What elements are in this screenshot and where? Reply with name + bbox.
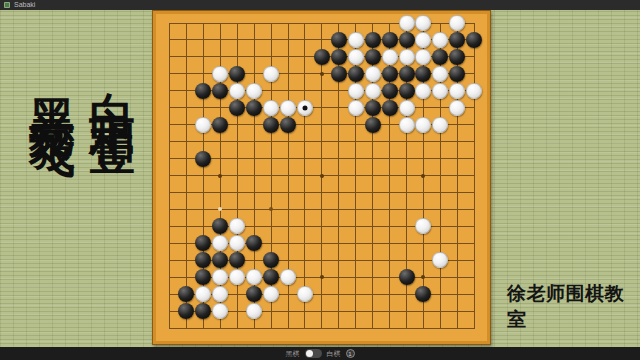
stone-black[interactable] bbox=[314, 49, 330, 65]
stone-white[interactable] bbox=[212, 286, 228, 302]
stone-white[interactable] bbox=[399, 117, 415, 133]
stone-black[interactable] bbox=[280, 117, 296, 133]
stone-black[interactable] bbox=[263, 252, 279, 268]
hoshi-point bbox=[218, 174, 222, 178]
count-badge[interactable]: 1 bbox=[346, 349, 355, 358]
stone-white[interactable] bbox=[415, 117, 431, 133]
stone-white[interactable] bbox=[229, 235, 245, 251]
stone-white[interactable] bbox=[195, 117, 211, 133]
toggle-knob-icon bbox=[306, 350, 313, 357]
hoshi-point bbox=[421, 275, 425, 279]
stone-white[interactable] bbox=[212, 269, 228, 285]
stone-white[interactable] bbox=[348, 32, 364, 48]
stone-white[interactable] bbox=[415, 32, 431, 48]
stone-black[interactable] bbox=[195, 269, 211, 285]
stone-black[interactable] bbox=[331, 32, 347, 48]
board-mark-dot bbox=[218, 207, 222, 211]
stone-white[interactable] bbox=[195, 286, 211, 302]
stone-black[interactable] bbox=[449, 66, 465, 82]
black-player-label: 黑党毅飞 bbox=[22, 62, 84, 110]
stone-white[interactable] bbox=[449, 100, 465, 116]
stone-black[interactable] bbox=[449, 32, 465, 48]
stone-white[interactable] bbox=[466, 83, 482, 99]
stone-white[interactable] bbox=[432, 66, 448, 82]
stone-black[interactable] bbox=[348, 66, 364, 82]
stone-white[interactable] bbox=[263, 286, 279, 302]
stone-black[interactable] bbox=[399, 83, 415, 99]
stone-black[interactable] bbox=[229, 66, 245, 82]
stone-white[interactable] bbox=[229, 218, 245, 234]
stone-black[interactable] bbox=[415, 66, 431, 82]
stone-white[interactable] bbox=[432, 83, 448, 99]
stone-black[interactable] bbox=[331, 49, 347, 65]
stone-black[interactable] bbox=[331, 66, 347, 82]
stone-white[interactable] bbox=[263, 66, 279, 82]
last-move-marker-icon bbox=[302, 105, 307, 110]
stone-black[interactable] bbox=[195, 83, 211, 99]
stone-black[interactable] bbox=[449, 49, 465, 65]
stone-white[interactable] bbox=[365, 83, 381, 99]
stone-white[interactable] bbox=[212, 303, 228, 319]
stone-white[interactable] bbox=[229, 269, 245, 285]
stone-black[interactable] bbox=[365, 49, 381, 65]
stone-white[interactable] bbox=[246, 83, 262, 99]
stone-black[interactable] bbox=[246, 235, 262, 251]
stone-white[interactable] bbox=[432, 252, 448, 268]
stone-white[interactable] bbox=[263, 100, 279, 116]
stone-white[interactable] bbox=[399, 49, 415, 65]
side-toggle[interactable] bbox=[305, 349, 322, 358]
stone-white[interactable] bbox=[297, 100, 313, 116]
hoshi-point bbox=[320, 174, 324, 178]
board-grid-line bbox=[169, 192, 475, 193]
stone-white[interactable] bbox=[449, 83, 465, 99]
stone-black[interactable] bbox=[399, 66, 415, 82]
board-grid-line bbox=[169, 209, 475, 210]
stone-black[interactable] bbox=[212, 252, 228, 268]
stone-black[interactable] bbox=[195, 151, 211, 167]
stone-white[interactable] bbox=[432, 32, 448, 48]
stone-black[interactable] bbox=[178, 286, 194, 302]
stone-white[interactable] bbox=[399, 15, 415, 31]
hoshi-point bbox=[320, 72, 324, 76]
board-grid-line bbox=[474, 23, 475, 329]
window-title: Sabaki bbox=[14, 0, 35, 10]
stone-white[interactable] bbox=[280, 269, 296, 285]
stone-white[interactable] bbox=[399, 100, 415, 116]
stone-black[interactable] bbox=[415, 286, 431, 302]
stone-black[interactable] bbox=[263, 117, 279, 133]
stone-white[interactable] bbox=[415, 83, 431, 99]
board-grid-line bbox=[169, 328, 475, 329]
stone-white[interactable] bbox=[382, 49, 398, 65]
stone-black[interactable] bbox=[399, 269, 415, 285]
board-mark-dot bbox=[269, 207, 273, 211]
stone-white[interactable] bbox=[365, 66, 381, 82]
stone-white[interactable] bbox=[246, 303, 262, 319]
go-board[interactable] bbox=[152, 10, 491, 345]
stone-white[interactable] bbox=[348, 83, 364, 99]
stone-white[interactable] bbox=[415, 49, 431, 65]
stone-white[interactable] bbox=[246, 269, 262, 285]
stone-black[interactable] bbox=[382, 66, 398, 82]
stone-black[interactable] bbox=[195, 303, 211, 319]
stone-white[interactable] bbox=[415, 218, 431, 234]
stone-white[interactable] bbox=[348, 49, 364, 65]
stone-black[interactable] bbox=[382, 32, 398, 48]
app-window: Sabaki 黑党毅飞 白卞相壹 徐老师围棋教室 黑棋 白棋 1 bbox=[0, 0, 640, 360]
stone-white[interactable] bbox=[432, 117, 448, 133]
stone-black[interactable] bbox=[466, 32, 482, 48]
stone-black[interactable] bbox=[365, 32, 381, 48]
stone-black[interactable] bbox=[229, 252, 245, 268]
channel-watermark: 徐老师围棋教室 bbox=[507, 281, 640, 333]
bottom-bar-left-label: 黑棋 bbox=[286, 347, 300, 360]
stone-black[interactable] bbox=[246, 100, 262, 116]
stone-white[interactable] bbox=[415, 15, 431, 31]
bottom-bar-right-label: 白棋 bbox=[327, 347, 341, 360]
stone-white[interactable] bbox=[449, 15, 465, 31]
stone-black[interactable] bbox=[212, 117, 228, 133]
stone-white[interactable] bbox=[229, 83, 245, 99]
stone-black[interactable] bbox=[229, 100, 245, 116]
stone-black[interactable] bbox=[212, 218, 228, 234]
stone-white[interactable] bbox=[280, 100, 296, 116]
stone-black[interactable] bbox=[263, 269, 279, 285]
stone-black[interactable] bbox=[382, 83, 398, 99]
sabaki-app-icon bbox=[4, 2, 10, 8]
stone-black[interactable] bbox=[178, 303, 194, 319]
stone-white[interactable] bbox=[212, 235, 228, 251]
stone-black[interactable] bbox=[382, 100, 398, 116]
stone-black[interactable] bbox=[212, 83, 228, 99]
title-bar: Sabaki bbox=[0, 0, 640, 10]
stone-black[interactable] bbox=[246, 286, 262, 302]
white-player-label: 白卞相壹 bbox=[82, 56, 144, 104]
hoshi-point bbox=[320, 275, 324, 279]
stone-black[interactable] bbox=[365, 100, 381, 116]
stone-black[interactable] bbox=[399, 32, 415, 48]
stone-white[interactable] bbox=[348, 100, 364, 116]
stone-black[interactable] bbox=[365, 117, 381, 133]
stone-black[interactable] bbox=[432, 49, 448, 65]
stone-black[interactable] bbox=[195, 235, 211, 251]
stone-black[interactable] bbox=[195, 252, 211, 268]
stone-white[interactable] bbox=[297, 286, 313, 302]
stone-white[interactable] bbox=[212, 66, 228, 82]
bottom-bar: 黑棋 白棋 1 bbox=[0, 347, 640, 360]
